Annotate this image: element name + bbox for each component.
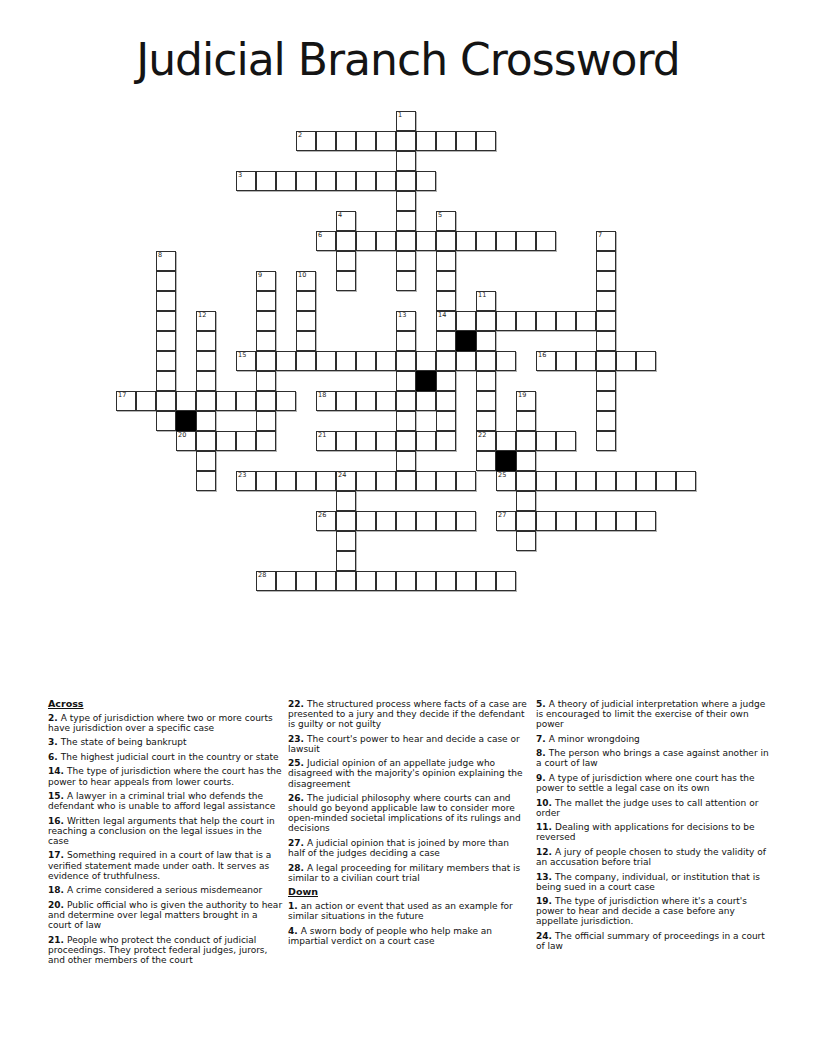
grid-cell[interactable]: 9 [256,271,276,291]
grid-cell[interactable] [476,391,496,411]
clue-number: 19 [518,392,526,399]
grid-cell[interactable]: 24 [336,471,356,491]
grid-cell[interactable] [496,231,516,251]
grid-cell[interactable] [556,511,576,531]
grid-cell[interactable] [536,311,556,331]
grid-cell[interactable] [336,391,356,411]
clue-number: 3 [238,172,242,179]
grid-cell[interactable]: 18 [316,391,336,411]
grid-cell[interactable] [676,471,696,491]
clue-number: 27 [498,512,506,519]
grid-cell[interactable] [476,351,496,371]
grid-cell[interactable] [356,471,376,491]
grid-cell[interactable] [396,411,416,431]
clue-item: 24. The official summary of proceedings … [536,931,773,951]
grid-cell[interactable] [596,371,616,391]
grid-cell[interactable] [396,151,416,171]
grid-cell[interactable]: 1 [396,111,416,131]
blocked-cell [176,411,196,431]
grid-cell[interactable] [576,511,596,531]
grid-cell[interactable]: 12 [196,311,216,331]
grid-cell[interactable] [356,131,376,151]
clue-item: 26. The judicial philosophy where courts… [288,793,528,833]
grid-cell[interactable]: 6 [316,231,336,251]
grid-cell[interactable]: 28 [256,571,276,591]
clue-item-number: 18. [48,885,67,895]
grid-cell[interactable] [156,311,176,331]
grid-cell[interactable] [336,571,356,591]
grid-cell[interactable] [516,491,536,511]
clue-item-number: 6. [48,752,61,762]
grid-cell[interactable] [456,571,476,591]
grid-cell[interactable] [416,231,436,251]
grid-cell[interactable] [356,571,376,591]
grid-cell[interactable]: 15 [236,351,256,371]
grid-cell[interactable] [316,171,336,191]
grid-cell[interactable] [436,511,456,531]
grid-cell[interactable]: 23 [236,471,256,491]
grid-cell[interactable] [456,311,476,331]
grid-cell[interactable] [216,391,236,411]
grid-cell[interactable] [376,391,396,411]
grid-cell[interactable] [336,271,356,291]
grid-cell[interactable]: 27 [496,511,516,531]
grid-cell[interactable] [356,231,376,251]
grid-cell[interactable] [536,471,556,491]
clue-item-number: 10. [536,798,555,808]
clue-item: 21. People who protect the conduct of ju… [48,935,283,965]
grid-cell[interactable] [416,571,436,591]
grid-cell[interactable] [396,371,416,391]
clue-number: 6 [318,232,322,239]
grid-cell[interactable] [496,431,516,451]
grid-cell[interactable] [296,291,316,311]
grid-cell[interactable] [396,511,416,531]
grid-cell[interactable]: 22 [476,431,496,451]
grid-cell[interactable] [396,271,416,291]
grid-cell[interactable] [476,331,496,351]
grid-cell[interactable] [316,471,336,491]
clue-item: 2. A type of jurisdiction where two or m… [48,713,283,733]
grid-cell[interactable] [256,331,276,351]
clue-item-number: 2. [48,713,61,723]
grid-cell[interactable] [476,311,496,331]
clue-item-number: 7. [536,734,549,744]
grid-cell[interactable] [376,351,396,371]
grid-cell[interactable] [396,451,416,471]
grid-cell[interactable] [256,291,276,311]
grid-cell[interactable] [256,311,276,331]
clue-item-number: 20. [48,900,67,910]
grid-cell[interactable] [136,391,156,411]
clue-item-number: 28. [288,863,307,873]
grid-cell[interactable] [296,311,316,331]
grid-cell[interactable] [376,471,396,491]
grid-cell[interactable]: 10 [296,271,316,291]
grid-cell[interactable] [316,351,336,371]
clue-item: 12. A jury of people chosen to study the… [536,847,773,867]
grid-cell[interactable] [556,431,576,451]
grid-cell[interactable]: 25 [496,471,516,491]
grid-cell[interactable] [196,331,216,351]
grid-cell[interactable] [316,131,336,151]
grid-cell[interactable] [276,571,296,591]
clue-item-number: 22. [288,699,307,709]
clue-number: 24 [338,472,346,479]
clue-item: 5. A theory of judicial interpretation w… [536,699,773,729]
clue-item-number: 4. [288,926,301,936]
clue-item-number: 8. [536,748,549,758]
clue-column-left: Across2. A type of jurisdiction where tw… [48,699,283,969]
grid-cell[interactable] [156,351,176,371]
grid-cell[interactable] [376,171,396,191]
grid-cell[interactable] [476,451,496,471]
grid-cell[interactable] [156,271,176,291]
clue-item: 18. A crime considered a serious misdeme… [48,885,283,895]
grid-cell[interactable] [196,471,216,491]
blocked-cell [496,451,516,471]
clue-number: 17 [118,392,126,399]
clue-item: 10. The mallet the judge uses to call at… [536,798,773,818]
grid-cell[interactable] [156,291,176,311]
grid-cell[interactable] [156,331,176,351]
clue-item: 6. The highest judicial court in the cou… [48,752,283,762]
grid-cell[interactable] [296,571,316,591]
grid-cell[interactable] [516,451,536,471]
clue-number: 7 [598,232,602,239]
grid-cell[interactable] [156,391,176,411]
clue-item-number: 23. [288,734,307,744]
clue-item-number: 27. [288,838,307,848]
grid-cell[interactable] [396,571,416,591]
grid-cell[interactable] [436,251,456,271]
grid-cell[interactable] [256,351,276,371]
grid-cell[interactable] [596,391,616,411]
grid-cell[interactable] [436,351,456,371]
grid-cell[interactable] [336,491,356,511]
clue-number: 8 [158,252,162,259]
clue-item: 17. Something required in a court of law… [48,850,283,880]
grid-cell[interactable] [436,331,456,351]
grid-cell[interactable] [396,431,416,451]
clue-number: 21 [318,432,326,439]
grid-cell[interactable] [536,231,556,251]
grid-cell[interactable] [396,131,416,151]
grid-cell[interactable] [636,471,656,491]
grid-cell[interactable] [376,131,396,151]
grid-cell[interactable] [356,171,376,191]
grid-cell[interactable] [256,411,276,431]
clue-item-number: 21. [48,935,67,945]
grid-cell[interactable] [476,131,496,151]
grid-cell[interactable] [556,471,576,491]
grid-cell[interactable] [396,171,416,191]
grid-cell[interactable] [336,131,356,151]
clue-column-right: 5. A theory of judicial interpretation w… [536,699,773,956]
clue-item: 11. Dealing with applications for decisi… [536,822,773,842]
grid-cell[interactable] [436,291,456,311]
clue-item: 15. A lawyer in a criminal trial who def… [48,791,283,811]
grid-cell[interactable] [256,431,276,451]
grid-cell[interactable]: 2 [296,131,316,151]
grid-cell[interactable]: 14 [436,311,456,331]
grid-cell[interactable] [476,231,496,251]
clue-item: 25. Judicial opinion of an appellate jud… [288,758,528,788]
clue-item: 23. The court's power to hear and decide… [288,734,528,754]
grid-cell[interactable] [196,431,216,451]
clue-number: 15 [238,352,246,359]
grid-cell[interactable] [616,471,636,491]
clue-item: 27. A judicial opinion that is joined by… [288,838,528,858]
grid-cell[interactable] [596,511,616,531]
clue-number: 10 [298,272,306,279]
grid-cell[interactable]: 20 [176,431,196,451]
grid-cell[interactable] [436,131,456,151]
clue-item: 9. A type of jurisdiction where one cour… [536,773,773,793]
grid-cell[interactable] [516,231,536,251]
grid-cell[interactable] [596,331,616,351]
clue-number: 4 [338,212,342,219]
grid-cell[interactable] [416,511,436,531]
grid-cell[interactable]: 26 [316,511,336,531]
grid-cell[interactable] [596,471,616,491]
clue-item-number: 24. [536,931,555,941]
clue-item: 16. Written legal arguments that help th… [48,816,283,846]
grid-cell[interactable] [416,391,436,411]
grid-cell[interactable] [396,351,416,371]
grid-cell[interactable] [236,391,256,411]
grid-cell[interactable] [196,371,216,391]
grid-cell[interactable]: 17 [116,391,136,411]
grid-cell[interactable] [396,191,416,211]
clue-item: 8. The person who brings a case against … [536,748,773,768]
grid-cell[interactable]: 16 [536,351,556,371]
grid-cell[interactable] [256,391,276,411]
grid-cell[interactable]: 11 [476,291,496,311]
grid-cell[interactable] [436,371,456,391]
clue-number: 9 [258,272,262,279]
grid-cell[interactable] [576,471,596,491]
grid-cell[interactable] [416,171,436,191]
grid-cell[interactable] [416,131,436,151]
clue-item-number: 26. [288,793,307,803]
grid-cell[interactable] [596,351,616,371]
clue-item-number: 11. [536,822,555,832]
grid-cell[interactable] [336,171,356,191]
clue-item: 20. Public official who is given the aut… [48,900,283,930]
clue-number: 25 [498,472,506,479]
grid-cell[interactable] [396,471,416,491]
grid-cell[interactable] [336,511,356,531]
grid-cell[interactable]: 21 [316,431,336,451]
grid-cell[interactable] [256,371,276,391]
grid-cell[interactable] [596,411,616,431]
grid-cell[interactable] [176,391,196,411]
grid-cell[interactable] [416,351,436,371]
clue-number: 20 [178,432,186,439]
grid-cell[interactable]: 19 [516,391,536,411]
clue-number: 16 [538,352,546,359]
clue-number: 13 [398,312,406,319]
grid-cell[interactable]: 7 [596,231,616,251]
grid-cell[interactable] [476,411,496,431]
clue-number: 1 [398,112,402,119]
grid-cell[interactable] [396,331,416,351]
page-title: Judicial Branch Crossword [0,34,816,85]
grid-cell[interactable] [456,231,476,251]
grid-cell[interactable] [436,571,456,591]
grid-cell[interactable] [236,431,256,451]
grid-cell[interactable] [396,251,416,271]
clue-column-middle: 22. The structured process where facts o… [288,699,528,950]
clue-item-number: 15. [48,791,67,801]
clue-item-number: 25. [288,758,307,768]
grid-cell[interactable] [436,471,456,491]
grid-cell[interactable] [276,471,296,491]
grid-cell[interactable] [216,431,236,451]
grid-cell[interactable] [596,431,616,451]
clue-item-number: 17. [48,850,67,860]
grid-cell[interactable] [596,251,616,271]
grid-cell[interactable] [656,471,676,491]
grid-cell[interactable] [396,231,416,251]
grid-cell[interactable] [196,451,216,471]
clue-item: 22. The structured process where facts o… [288,699,528,729]
clue-number: 26 [318,512,326,519]
grid-cell[interactable] [516,531,536,551]
clue-item: 19. The type of jurisdiction where it's … [536,896,773,926]
grid-cell[interactable]: 3 [236,171,256,191]
clue-number: 23 [238,472,246,479]
grid-cell[interactable] [496,351,516,371]
grid-cell[interactable] [376,231,396,251]
grid-cell[interactable]: 8 [156,251,176,271]
grid-cell[interactable] [616,511,636,531]
grid-cell[interactable] [436,231,456,251]
grid-cell[interactable] [556,311,576,331]
grid-cell[interactable] [536,431,556,451]
grid-cell[interactable] [356,351,376,371]
clue-number: 12 [198,312,206,319]
blocked-cell [416,371,436,391]
clue-item-number: 5. [536,699,549,709]
grid-cell[interactable] [276,171,296,191]
grid-cell[interactable]: 4 [336,211,356,231]
grid-cell[interactable] [556,351,576,371]
grid-cell[interactable] [396,211,416,231]
grid-cell[interactable] [196,351,216,371]
grid-cell[interactable] [436,431,456,451]
grid-cell[interactable] [376,431,396,451]
clue-item-number: 1. [288,901,301,911]
grid-cell[interactable] [416,431,436,451]
grid-cell[interactable] [196,411,216,431]
grid-cell[interactable] [616,351,636,371]
grid-cell[interactable] [336,251,356,271]
grid-cell[interactable] [496,571,516,591]
clue-section-header: Across [48,699,283,710]
grid-cell[interactable] [516,471,536,491]
grid-cell[interactable] [336,431,356,451]
grid-cell[interactable] [156,411,176,431]
grid-cell[interactable] [256,471,276,491]
grid-cell[interactable] [296,351,316,371]
grid-cell[interactable] [636,511,656,531]
blocked-cell [456,331,476,351]
clue-item: 13. The company, individual, or institut… [536,872,773,892]
grid-cell[interactable] [476,571,496,591]
grid-cell[interactable] [296,331,316,351]
grid-cell[interactable] [516,411,536,431]
grid-cell[interactable] [456,471,476,491]
grid-cell[interactable] [596,311,616,331]
grid-cell[interactable] [356,391,376,411]
grid-cell[interactable] [576,351,596,371]
grid-cell[interactable] [356,511,376,531]
grid-cell[interactable] [476,371,496,391]
grid-cell[interactable] [276,351,296,371]
grid-cell[interactable] [456,131,476,151]
grid-cell[interactable] [376,511,396,531]
clue-number: 18 [318,392,326,399]
grid-cell[interactable] [316,571,336,591]
clue-item: 7. A minor wrongdoing [536,734,773,744]
grid-cell[interactable] [396,391,416,411]
grid-cell[interactable] [376,571,396,591]
clue-item: 1. an action or event that used as an ex… [288,901,528,921]
grid-cell[interactable] [356,431,376,451]
clue-item-number: 16. [48,816,67,826]
grid-cell[interactable] [456,511,476,531]
grid-cell[interactable] [256,171,276,191]
grid-cell[interactable] [336,351,356,371]
grid-cell[interactable] [576,311,596,331]
grid-cell[interactable] [156,371,176,391]
grid-cell[interactable] [436,271,456,291]
grid-cell[interactable] [336,531,356,551]
crossword-grid: 1234567891011121314151617181920212223242… [116,111,697,592]
grid-cell[interactable] [276,391,296,411]
grid-cell[interactable] [416,471,436,491]
grid-cell[interactable] [296,171,316,191]
clue-number: 28 [258,572,266,579]
grid-cell[interactable] [516,311,536,331]
grid-cell[interactable] [596,291,616,311]
grid-cell[interactable] [516,511,536,531]
grid-cell[interactable] [436,391,456,411]
grid-cell[interactable]: 5 [436,211,456,231]
clue-number: 22 [478,432,486,439]
grid-cell[interactable] [596,271,616,291]
grid-cell[interactable] [536,511,556,531]
grid-cell[interactable] [496,311,516,331]
grid-cell[interactable] [296,471,316,491]
clue-item-number: 19. [536,896,555,906]
grid-cell[interactable] [456,351,476,371]
grid-cell[interactable] [336,231,356,251]
grid-cell[interactable] [436,411,456,431]
clue-item-number: 3. [48,737,61,747]
clue-number: 11 [478,292,486,299]
grid-cell[interactable] [516,431,536,451]
grid-cell[interactable]: 13 [396,311,416,331]
clue-item-number: 13. [536,872,555,882]
grid-cell[interactable] [636,351,656,371]
clue-section-header: Down [288,887,528,898]
clue-item: 14. The type of jurisdiction where the c… [48,766,283,786]
grid-cell[interactable] [336,551,356,571]
grid-cell[interactable] [196,391,216,411]
